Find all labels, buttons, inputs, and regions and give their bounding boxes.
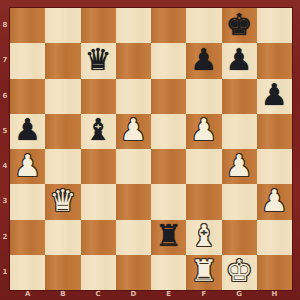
square-f8[interactable] <box>186 8 221 43</box>
square-g4[interactable]: ♟ <box>222 149 257 184</box>
square-c6[interactable] <box>81 79 116 114</box>
white-bishop[interactable]: ♝ <box>190 221 217 251</box>
square-e5[interactable] <box>151 114 186 149</box>
rank-label-8: 8 <box>0 8 10 43</box>
file-label-e: E <box>151 289 186 300</box>
black-rook[interactable]: ♜ <box>155 221 182 251</box>
square-c4[interactable] <box>81 149 116 184</box>
square-b4[interactable] <box>45 149 80 184</box>
rank-label-7: 7 <box>0 43 10 78</box>
black-bishop[interactable]: ♝ <box>85 115 112 145</box>
file-label-g: G <box>222 289 257 300</box>
square-a2[interactable] <box>10 220 45 255</box>
square-d3[interactable] <box>116 184 151 219</box>
square-f4[interactable] <box>186 149 221 184</box>
rank-label-1: 1 <box>0 255 10 290</box>
square-g8[interactable]: ♚ <box>222 8 257 43</box>
square-e2[interactable]: ♜ <box>151 220 186 255</box>
square-a7[interactable] <box>10 43 45 78</box>
square-e6[interactable] <box>151 79 186 114</box>
square-g6[interactable] <box>222 79 257 114</box>
square-e3[interactable] <box>151 184 186 219</box>
square-d2[interactable] <box>116 220 151 255</box>
file-label-h: H <box>257 289 292 300</box>
square-a5[interactable]: ♟ <box>10 114 45 149</box>
square-h8[interactable] <box>257 8 292 43</box>
square-b2[interactable] <box>45 220 80 255</box>
square-e4[interactable] <box>151 149 186 184</box>
rank-label-5: 5 <box>0 114 10 149</box>
rank-labels: 87654321 <box>0 8 10 290</box>
black-pawn[interactable]: ♟ <box>226 45 253 75</box>
square-d5[interactable]: ♟ <box>116 114 151 149</box>
square-c8[interactable] <box>81 8 116 43</box>
file-label-f: F <box>186 289 221 300</box>
square-h3[interactable]: ♟ <box>257 184 292 219</box>
square-f7[interactable]: ♟ <box>186 43 221 78</box>
square-h7[interactable] <box>257 43 292 78</box>
square-f6[interactable] <box>186 79 221 114</box>
square-b3[interactable]: ♛ <box>45 184 80 219</box>
square-d4[interactable] <box>116 149 151 184</box>
square-h1[interactable] <box>257 255 292 290</box>
square-c3[interactable] <box>81 184 116 219</box>
black-pawn[interactable]: ♟ <box>190 45 217 75</box>
square-g1[interactable]: ♚ <box>222 255 257 290</box>
square-f1[interactable]: ♜ <box>186 255 221 290</box>
black-queen[interactable]: ♛ <box>85 45 112 75</box>
file-label-a: A <box>10 289 45 300</box>
square-g2[interactable] <box>222 220 257 255</box>
chess-board: ♚♛♟♟♟♟♝♟♟♟♟♛♟♜♝♜♚ <box>10 8 292 290</box>
square-a3[interactable] <box>10 184 45 219</box>
square-e1[interactable] <box>151 255 186 290</box>
square-b7[interactable] <box>45 43 80 78</box>
square-b8[interactable] <box>45 8 80 43</box>
square-e7[interactable] <box>151 43 186 78</box>
square-f5[interactable]: ♟ <box>186 114 221 149</box>
square-c7[interactable]: ♛ <box>81 43 116 78</box>
rank-label-6: 6 <box>0 79 10 114</box>
square-c1[interactable] <box>81 255 116 290</box>
square-a1[interactable] <box>10 255 45 290</box>
rank-label-3: 3 <box>0 184 10 219</box>
white-king[interactable]: ♚ <box>226 256 253 286</box>
square-h6[interactable]: ♟ <box>257 79 292 114</box>
white-pawn[interactable]: ♟ <box>120 115 147 145</box>
rank-label-4: 4 <box>0 149 10 184</box>
white-pawn[interactable]: ♟ <box>226 151 253 181</box>
square-c5[interactable]: ♝ <box>81 114 116 149</box>
white-pawn[interactable]: ♟ <box>190 115 217 145</box>
square-d1[interactable] <box>116 255 151 290</box>
square-b5[interactable] <box>45 114 80 149</box>
white-rook[interactable]: ♜ <box>190 256 217 286</box>
black-king[interactable]: ♚ <box>226 10 253 40</box>
file-label-b: B <box>45 289 80 300</box>
square-g3[interactable] <box>222 184 257 219</box>
square-f2[interactable]: ♝ <box>186 220 221 255</box>
square-a4[interactable]: ♟ <box>10 149 45 184</box>
chess-board-frame: 87654321 ♚♛♟♟♟♟♝♟♟♟♟♛♟♜♝♜♚ ABCDEFGH <box>0 0 300 300</box>
file-labels: ABCDEFGH <box>10 289 292 300</box>
square-h4[interactable] <box>257 149 292 184</box>
square-d8[interactable] <box>116 8 151 43</box>
square-f3[interactable] <box>186 184 221 219</box>
white-pawn[interactable]: ♟ <box>261 186 288 216</box>
square-g5[interactable] <box>222 114 257 149</box>
square-d6[interactable] <box>116 79 151 114</box>
file-label-c: C <box>81 289 116 300</box>
file-label-d: D <box>116 289 151 300</box>
white-pawn[interactable]: ♟ <box>14 151 41 181</box>
square-e8[interactable] <box>151 8 186 43</box>
square-c2[interactable] <box>81 220 116 255</box>
square-h5[interactable] <box>257 114 292 149</box>
square-b1[interactable] <box>45 255 80 290</box>
black-pawn[interactable]: ♟ <box>261 80 288 110</box>
square-g7[interactable]: ♟ <box>222 43 257 78</box>
white-queen[interactable]: ♛ <box>49 186 76 216</box>
square-d7[interactable] <box>116 43 151 78</box>
black-pawn[interactable]: ♟ <box>14 115 41 145</box>
square-b6[interactable] <box>45 79 80 114</box>
rank-label-2: 2 <box>0 220 10 255</box>
square-a6[interactable] <box>10 79 45 114</box>
square-h2[interactable] <box>257 220 292 255</box>
square-a8[interactable] <box>10 8 45 43</box>
